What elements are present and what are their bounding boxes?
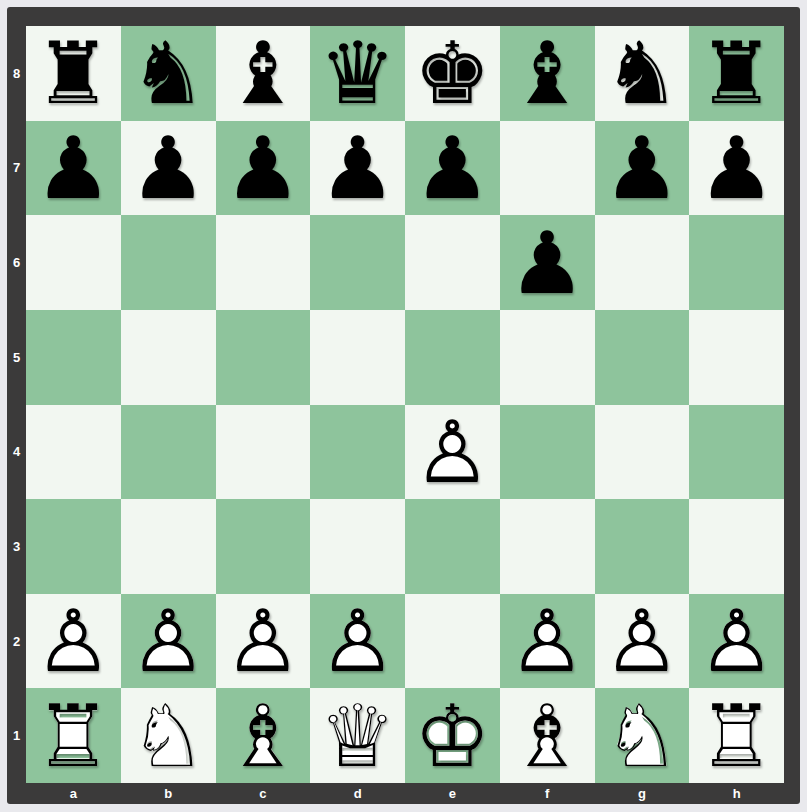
square-d6[interactable] <box>310 215 405 310</box>
black-pawn[interactable]: ♟ <box>121 121 216 216</box>
white-pawn[interactable]: ♟♙ <box>500 594 595 689</box>
square-c3[interactable] <box>216 499 311 594</box>
square-d4[interactable] <box>310 405 405 500</box>
black-pawn-glyph: ♟ <box>500 215 595 310</box>
white-bishop-outline: ♗ <box>216 688 311 783</box>
square-h6[interactable] <box>689 215 784 310</box>
square-a7[interactable]: ♟ <box>26 121 121 216</box>
black-knight-glyph: ♞ <box>595 26 690 121</box>
black-pawn-glyph: ♟ <box>595 121 690 216</box>
file-label-f: f <box>500 783 595 804</box>
square-e1[interactable]: ♚♔ <box>405 688 500 783</box>
square-d5[interactable] <box>310 310 405 405</box>
square-c7[interactable]: ♟ <box>216 121 311 216</box>
rank-label-6: 6 <box>7 215 26 310</box>
square-g7[interactable]: ♟ <box>595 121 690 216</box>
black-rook-glyph: ♜ <box>689 26 784 121</box>
white-pawn[interactable]: ♟♙ <box>689 594 784 689</box>
rank-label-5: 5 <box>7 310 26 405</box>
white-rook[interactable]: ♜♖ <box>26 688 121 783</box>
white-bishop[interactable]: ♝♗ <box>500 688 595 783</box>
square-d2[interactable]: ♟♙ <box>310 594 405 689</box>
square-f8[interactable]: ♝ <box>500 26 595 121</box>
white-pawn[interactable]: ♟♙ <box>121 594 216 689</box>
black-pawn[interactable]: ♟ <box>500 215 595 310</box>
white-king[interactable]: ♚♔ <box>405 688 500 783</box>
black-pawn-glyph: ♟ <box>689 121 784 216</box>
white-pawn-outline: ♙ <box>689 594 784 689</box>
white-king-outline: ♔ <box>405 688 500 783</box>
page: 87654321 abcdefgh ♜♞♝♛♚♝♞♜♟♟♟♟♟♟♟♟♟♙♟♙♟♙… <box>0 0 807 812</box>
square-g8[interactable]: ♞ <box>595 26 690 121</box>
square-a6[interactable] <box>26 215 121 310</box>
square-a3[interactable] <box>26 499 121 594</box>
black-king-glyph: ♚ <box>405 26 500 121</box>
file-label-e: e <box>405 783 500 804</box>
white-knight[interactable]: ♞♘ <box>595 688 690 783</box>
black-pawn-glyph: ♟ <box>121 121 216 216</box>
black-king[interactable]: ♚ <box>405 26 500 121</box>
square-f7[interactable] <box>500 121 595 216</box>
black-queen-glyph: ♛ <box>310 26 405 121</box>
black-pawn[interactable]: ♟ <box>26 121 121 216</box>
square-b5[interactable] <box>121 310 216 405</box>
white-pawn-outline: ♙ <box>310 594 405 689</box>
white-pawn[interactable]: ♟♙ <box>595 594 690 689</box>
square-g3[interactable] <box>595 499 690 594</box>
file-label-b: b <box>121 783 216 804</box>
file-label-d: d <box>310 783 405 804</box>
rank-label-2: 2 <box>7 594 26 689</box>
file-label-a: a <box>26 783 121 804</box>
square-d3[interactable] <box>310 499 405 594</box>
square-c8[interactable]: ♝ <box>216 26 311 121</box>
file-labels: abcdefgh <box>26 783 784 804</box>
square-g6[interactable] <box>595 215 690 310</box>
file-label-h: h <box>689 783 784 804</box>
square-h5[interactable] <box>689 310 784 405</box>
file-label-c: c <box>216 783 311 804</box>
square-c5[interactable] <box>216 310 311 405</box>
square-f4[interactable] <box>500 405 595 500</box>
chess-board: ♜♞♝♛♚♝♞♜♟♟♟♟♟♟♟♟♟♙♟♙♟♙♟♙♟♙♟♙♟♙♟♙♜♖♞♘♝♗♛♕… <box>26 26 784 783</box>
white-knight-outline: ♘ <box>121 688 216 783</box>
square-e3[interactable] <box>405 499 500 594</box>
square-b4[interactable] <box>121 405 216 500</box>
black-bishop[interactable]: ♝ <box>500 26 595 121</box>
square-g5[interactable] <box>595 310 690 405</box>
white-pawn[interactable]: ♟♙ <box>216 594 311 689</box>
square-a1[interactable]: ♜♖ <box>26 688 121 783</box>
square-a4[interactable] <box>26 405 121 500</box>
square-d1[interactable]: ♛♕ <box>310 688 405 783</box>
square-e6[interactable] <box>405 215 500 310</box>
white-queen-outline: ♕ <box>310 688 405 783</box>
black-rook[interactable]: ♜ <box>689 26 784 121</box>
square-b1[interactable]: ♞♘ <box>121 688 216 783</box>
square-a2[interactable]: ♟♙ <box>26 594 121 689</box>
black-pawn[interactable]: ♟ <box>595 121 690 216</box>
white-pawn-outline: ♙ <box>121 594 216 689</box>
black-pawn[interactable]: ♟ <box>405 121 500 216</box>
square-e4[interactable]: ♟♙ <box>405 405 500 500</box>
white-bishop-outline: ♗ <box>500 688 595 783</box>
square-f1[interactable]: ♝♗ <box>500 688 595 783</box>
white-pawn[interactable]: ♟♙ <box>310 594 405 689</box>
square-c2[interactable]: ♟♙ <box>216 594 311 689</box>
black-pawn-glyph: ♟ <box>216 121 311 216</box>
black-rook[interactable]: ♜ <box>26 26 121 121</box>
square-a8[interactable]: ♜ <box>26 26 121 121</box>
white-pawn-outline: ♙ <box>595 594 690 689</box>
black-knight[interactable]: ♞ <box>595 26 690 121</box>
white-rook-outline: ♖ <box>26 688 121 783</box>
black-knight[interactable]: ♞ <box>121 26 216 121</box>
white-pawn[interactable]: ♟♙ <box>405 405 500 500</box>
square-f2[interactable]: ♟♙ <box>500 594 595 689</box>
black-pawn-glyph: ♟ <box>26 121 121 216</box>
white-queen[interactable]: ♛♕ <box>310 688 405 783</box>
black-pawn-glyph: ♟ <box>405 121 500 216</box>
square-h7[interactable]: ♟ <box>689 121 784 216</box>
black-pawn[interactable]: ♟ <box>310 121 405 216</box>
square-f5[interactable] <box>500 310 595 405</box>
square-b6[interactable] <box>121 215 216 310</box>
square-a5[interactable] <box>26 310 121 405</box>
square-h4[interactable] <box>689 405 784 500</box>
square-g1[interactable]: ♞♘ <box>595 688 690 783</box>
white-pawn-outline: ♙ <box>405 405 500 500</box>
rank-labels: 87654321 <box>7 26 26 783</box>
black-queen[interactable]: ♛ <box>310 26 405 121</box>
square-c4[interactable] <box>216 405 311 500</box>
square-e8[interactable]: ♚ <box>405 26 500 121</box>
square-h8[interactable]: ♜ <box>689 26 784 121</box>
white-pawn-outline: ♙ <box>500 594 595 689</box>
square-g4[interactable] <box>595 405 690 500</box>
rank-label-4: 4 <box>7 405 26 500</box>
rank-label-7: 7 <box>7 121 26 216</box>
black-pawn[interactable]: ♟ <box>689 121 784 216</box>
black-bishop-glyph: ♝ <box>500 26 595 121</box>
black-pawn[interactable]: ♟ <box>216 121 311 216</box>
file-label-g: g <box>595 783 690 804</box>
white-bishop[interactable]: ♝♗ <box>216 688 311 783</box>
white-pawn[interactable]: ♟♙ <box>26 594 121 689</box>
square-c6[interactable] <box>216 215 311 310</box>
square-b2[interactable]: ♟♙ <box>121 594 216 689</box>
square-b3[interactable] <box>121 499 216 594</box>
white-pawn-outline: ♙ <box>216 594 311 689</box>
black-bishop-glyph: ♝ <box>216 26 311 121</box>
square-b7[interactable]: ♟ <box>121 121 216 216</box>
square-e2[interactable] <box>405 594 500 689</box>
square-e7[interactable]: ♟ <box>405 121 500 216</box>
square-f6[interactable]: ♟ <box>500 215 595 310</box>
white-pawn-outline: ♙ <box>26 594 121 689</box>
square-c1[interactable]: ♝♗ <box>216 688 311 783</box>
square-h2[interactable]: ♟♙ <box>689 594 784 689</box>
white-rook-outline: ♖ <box>689 688 784 783</box>
square-h3[interactable] <box>689 499 784 594</box>
square-d8[interactable]: ♛ <box>310 26 405 121</box>
black-pawn-glyph: ♟ <box>310 121 405 216</box>
black-knight-glyph: ♞ <box>121 26 216 121</box>
white-knight-outline: ♘ <box>595 688 690 783</box>
square-h1[interactable]: ♜♖ <box>689 688 784 783</box>
white-knight[interactable]: ♞♘ <box>121 688 216 783</box>
square-d7[interactable]: ♟ <box>310 121 405 216</box>
black-bishop[interactable]: ♝ <box>216 26 311 121</box>
rank-label-3: 3 <box>7 499 26 594</box>
square-f3[interactable] <box>500 499 595 594</box>
black-rook-glyph: ♜ <box>26 26 121 121</box>
square-e5[interactable] <box>405 310 500 405</box>
square-g2[interactable]: ♟♙ <box>595 594 690 689</box>
rank-label-8: 8 <box>7 26 26 121</box>
rank-label-1: 1 <box>7 688 26 783</box>
chess-board-frame: 87654321 abcdefgh ♜♞♝♛♚♝♞♜♟♟♟♟♟♟♟♟♟♙♟♙♟♙… <box>7 7 800 804</box>
square-b8[interactable]: ♞ <box>121 26 216 121</box>
white-rook[interactable]: ♜♖ <box>689 688 784 783</box>
